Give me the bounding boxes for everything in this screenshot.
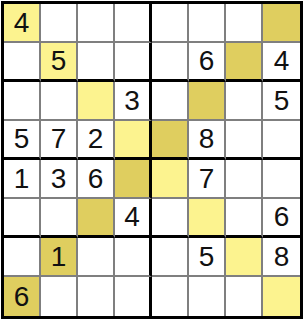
cell-r5c7: 6 (263, 199, 300, 238)
cell-r5c0[interactable] (4, 199, 41, 238)
cell-r0c4[interactable] (152, 4, 189, 43)
cell-r1c5: 6 (189, 43, 226, 82)
cell-r1c0[interactable] (4, 43, 41, 82)
cell-r1c7: 4 (263, 43, 300, 82)
cell-r2c5[interactable] (189, 82, 226, 121)
cell-r7c7[interactable] (263, 277, 300, 316)
cell-r7c4[interactable] (152, 277, 189, 316)
cell-r4c2: 6 (78, 160, 115, 199)
cell-r7c0: 6 (4, 277, 41, 316)
cell-r2c7: 5 (263, 82, 300, 121)
cell-r4c6[interactable] (226, 160, 263, 199)
cell-r0c6[interactable] (226, 4, 263, 43)
cell-r4c3[interactable] (115, 160, 152, 199)
cell-r6c7: 8 (263, 238, 300, 277)
cell-r6c6[interactable] (226, 238, 263, 277)
cell-r0c1[interactable] (41, 4, 78, 43)
cell-r6c0[interactable] (4, 238, 41, 277)
cell-r2c1[interactable] (41, 82, 78, 121)
cell-r6c3[interactable] (115, 238, 152, 277)
cell-r7c3[interactable] (115, 277, 152, 316)
cell-r5c3: 4 (115, 199, 152, 238)
cell-r5c6[interactable] (226, 199, 263, 238)
cell-r7c2[interactable] (78, 277, 115, 316)
cell-r0c7[interactable] (263, 4, 300, 43)
cell-r4c1: 3 (41, 160, 78, 199)
cell-r1c6[interactable] (226, 43, 263, 82)
cell-r3c7[interactable] (263, 121, 300, 160)
cell-r3c4[interactable] (152, 121, 189, 160)
cell-r3c2: 2 (78, 121, 115, 160)
cell-r3c3[interactable] (115, 121, 152, 160)
cell-r2c0[interactable] (4, 82, 41, 121)
cell-r1c1: 5 (41, 43, 78, 82)
cell-r0c2[interactable] (78, 4, 115, 43)
cell-r4c0: 1 (4, 160, 41, 199)
cell-r7c5[interactable] (189, 277, 226, 316)
cell-r7c1[interactable] (41, 277, 78, 316)
cell-r5c5[interactable] (189, 199, 226, 238)
cell-r6c1: 1 (41, 238, 78, 277)
cell-r6c2[interactable] (78, 238, 115, 277)
cell-r2c3: 3 (115, 82, 152, 121)
cell-r3c1: 7 (41, 121, 78, 160)
sudoku-board: 45643557281367461586 (1, 1, 303, 319)
cell-r5c4[interactable] (152, 199, 189, 238)
cell-r4c7[interactable] (263, 160, 300, 199)
cell-r1c2[interactable] (78, 43, 115, 82)
cell-r6c4[interactable] (152, 238, 189, 277)
cell-r4c5: 7 (189, 160, 226, 199)
cell-r4c4[interactable] (152, 160, 189, 199)
cell-r0c3[interactable] (115, 4, 152, 43)
cell-r2c4[interactable] (152, 82, 189, 121)
cell-r0c5[interactable] (189, 4, 226, 43)
cell-r2c6[interactable] (226, 82, 263, 121)
cell-r3c6[interactable] (226, 121, 263, 160)
cell-r5c2[interactable] (78, 199, 115, 238)
cell-r5c1[interactable] (41, 199, 78, 238)
cell-r3c0: 5 (4, 121, 41, 160)
cell-r1c4[interactable] (152, 43, 189, 82)
cell-r6c5: 5 (189, 238, 226, 277)
cell-r0c0: 4 (4, 4, 41, 43)
cell-r7c6[interactable] (226, 277, 263, 316)
cell-r2c2[interactable] (78, 82, 115, 121)
cell-r3c5: 8 (189, 121, 226, 160)
cell-r1c3[interactable] (115, 43, 152, 82)
